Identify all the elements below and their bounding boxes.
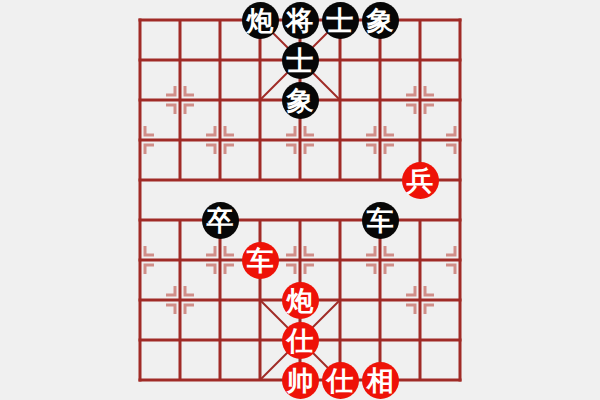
piece-black-chariot[interactable]: 车 [362, 202, 399, 239]
piece-black-soldier[interactable]: 卒 [202, 202, 239, 239]
xiangqi-board-screen: 炮将士象士象兵卒车车炮仕帅仕相 [0, 0, 600, 400]
piece-red-elephant[interactable]: 相 [362, 362, 399, 399]
piece-red-advisor[interactable]: 仕 [282, 322, 319, 359]
piece-red-chariot[interactable]: 车 [242, 242, 279, 279]
piece-red-soldier[interactable]: 兵 [402, 162, 439, 199]
piece-black-cannon[interactable]: 炮 [242, 2, 279, 39]
piece-red-general[interactable]: 帅 [282, 362, 319, 399]
piece-red-cannon[interactable]: 炮 [282, 282, 319, 319]
piece-black-advisor[interactable]: 士 [322, 2, 359, 39]
pieces-layer: 炮将士象士象兵卒车车炮仕帅仕相 [120, 0, 480, 400]
piece-black-elephant[interactable]: 象 [362, 2, 399, 39]
piece-red-advisor[interactable]: 仕 [322, 362, 359, 399]
piece-black-elephant[interactable]: 象 [282, 82, 319, 119]
piece-black-advisor[interactable]: 士 [282, 42, 319, 79]
piece-black-general[interactable]: 将 [282, 2, 319, 39]
